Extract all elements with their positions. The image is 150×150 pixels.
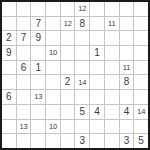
cell-r9c3[interactable] <box>31 120 45 134</box>
cell-r2c7[interactable] <box>90 17 104 31</box>
puzzle-board: 12712811279910161112148613544141310335 <box>0 0 150 150</box>
cell-r5c4[interactable] <box>46 61 60 75</box>
cell-r2c1[interactable] <box>2 17 16 31</box>
cell-r8c7-clue: 4 <box>90 105 104 119</box>
cell-r1c4[interactable] <box>46 2 60 16</box>
cell-r5c5[interactable] <box>61 61 75 75</box>
cell-r6c1[interactable] <box>2 75 16 89</box>
cell-r7c4[interactable] <box>46 90 60 104</box>
cell-r4c1-clue: 9 <box>2 46 16 60</box>
cell-r1c6-clue: 12 <box>75 2 89 16</box>
cell-r3c6[interactable] <box>75 31 89 45</box>
cell-r9c10[interactable] <box>134 120 148 134</box>
cell-r9c9[interactable] <box>120 120 134 134</box>
cell-r8c10-clue: 14 <box>134 105 148 119</box>
cell-r5c3-clue: 1 <box>31 61 45 75</box>
cell-r8c9-clue: 4 <box>120 105 134 119</box>
cell-r9c7[interactable] <box>90 120 104 134</box>
cell-r5c2-clue: 6 <box>17 61 31 75</box>
cell-r1c1[interactable] <box>2 2 16 16</box>
cell-r2c9[interactable] <box>120 17 134 31</box>
cell-r2c5-clue: 12 <box>61 17 75 31</box>
cell-r4c9[interactable] <box>120 46 134 60</box>
cell-r2c2[interactable] <box>17 17 31 31</box>
cell-r10c2[interactable] <box>17 134 31 148</box>
cell-r4c8[interactable] <box>105 46 119 60</box>
cell-r9c6[interactable] <box>75 120 89 134</box>
cell-r6c2[interactable] <box>17 75 31 89</box>
cell-r4c3[interactable] <box>31 46 45 60</box>
cell-r1c3[interactable] <box>31 2 45 16</box>
cell-r10c5[interactable] <box>61 134 75 148</box>
cell-r7c3-clue: 13 <box>31 90 45 104</box>
cell-r2c8-clue: 11 <box>105 17 119 31</box>
cell-r5c8[interactable] <box>105 61 119 75</box>
cell-r8c8[interactable] <box>105 105 119 119</box>
cell-r7c7[interactable] <box>90 90 104 104</box>
cell-r9c5[interactable] <box>61 120 75 134</box>
cell-r10c8[interactable] <box>105 134 119 148</box>
cell-r1c5[interactable] <box>61 2 75 16</box>
cell-r3c9[interactable] <box>120 31 134 45</box>
cell-r5c10[interactable] <box>134 61 148 75</box>
cell-r9c8[interactable] <box>105 120 119 134</box>
cell-r4c6[interactable] <box>75 46 89 60</box>
cell-r6c10[interactable] <box>134 75 148 89</box>
cell-r3c3-clue: 9 <box>31 31 45 45</box>
cell-r10c3[interactable] <box>31 134 45 148</box>
cell-r3c4[interactable] <box>46 31 60 45</box>
cell-r10c9-clue: 3 <box>120 134 134 148</box>
cell-r9c2-clue: 13 <box>17 120 31 134</box>
cell-r8c1[interactable] <box>2 105 16 119</box>
cell-r3c1-clue: 2 <box>2 31 16 45</box>
cell-r8c2[interactable] <box>17 105 31 119</box>
cell-r3c8[interactable] <box>105 31 119 45</box>
cell-r6c7[interactable] <box>90 75 104 89</box>
cell-r1c9[interactable] <box>120 2 134 16</box>
cell-r2c3-clue: 7 <box>31 17 45 31</box>
cell-r8c4[interactable] <box>46 105 60 119</box>
cell-r4c2[interactable] <box>17 46 31 60</box>
cell-r6c3[interactable] <box>31 75 45 89</box>
cell-r10c10-clue: 5 <box>134 134 148 148</box>
cell-r7c8[interactable] <box>105 90 119 104</box>
cell-r4c7-clue: 1 <box>90 46 104 60</box>
cell-r7c9[interactable] <box>120 90 134 104</box>
cell-r9c4-clue: 10 <box>46 120 60 134</box>
cell-r2c10[interactable] <box>134 17 148 31</box>
cell-r2c6-clue: 8 <box>75 17 89 31</box>
cell-r4c4-clue: 10 <box>46 46 60 60</box>
cell-r10c7[interactable] <box>90 134 104 148</box>
cell-r8c5[interactable] <box>61 105 75 119</box>
cell-r10c4[interactable] <box>46 134 60 148</box>
cell-r10c6-clue: 3 <box>75 134 89 148</box>
cell-r3c7[interactable] <box>90 31 104 45</box>
cell-r6c6-clue: 14 <box>75 75 89 89</box>
cell-r6c9-clue: 8 <box>120 75 134 89</box>
cell-r7c1-clue: 6 <box>2 90 16 104</box>
cell-r10c1[interactable] <box>2 134 16 148</box>
cell-r2c4[interactable] <box>46 17 60 31</box>
cell-r1c8[interactable] <box>105 2 119 16</box>
cell-r4c5[interactable] <box>61 46 75 60</box>
cell-r9c1[interactable] <box>2 120 16 134</box>
cell-r3c2-clue: 7 <box>17 31 31 45</box>
cell-r3c10[interactable] <box>134 31 148 45</box>
cell-r7c2[interactable] <box>17 90 31 104</box>
cell-r4c10[interactable] <box>134 46 148 60</box>
cell-r1c2[interactable] <box>17 2 31 16</box>
cell-r5c7[interactable] <box>90 61 104 75</box>
cell-r7c5[interactable] <box>61 90 75 104</box>
cell-r8c6-clue: 5 <box>75 105 89 119</box>
cell-r7c6[interactable] <box>75 90 89 104</box>
cell-r6c5-clue: 2 <box>61 75 75 89</box>
cell-r6c8[interactable] <box>105 75 119 89</box>
cell-r3c5[interactable] <box>61 31 75 45</box>
cell-r1c7[interactable] <box>90 2 104 16</box>
cell-r7c10[interactable] <box>134 90 148 104</box>
cell-r5c6[interactable] <box>75 61 89 75</box>
cell-r1c10[interactable] <box>134 2 148 16</box>
cell-r5c9-clue: 11 <box>120 61 134 75</box>
cell-r6c4[interactable] <box>46 75 60 89</box>
cell-r8c3[interactable] <box>31 105 45 119</box>
cell-r5c1[interactable] <box>2 61 16 75</box>
